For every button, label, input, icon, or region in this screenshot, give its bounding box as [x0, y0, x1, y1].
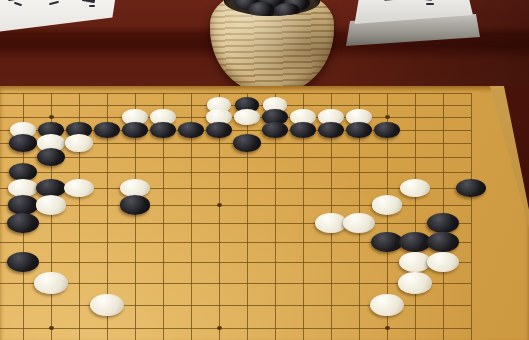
- white-stone: [34, 272, 68, 294]
- white-stone: [372, 195, 402, 214]
- go-board[interactable]: [0, 0, 529, 340]
- black-stone: [233, 134, 260, 151]
- black-stone: [427, 232, 459, 252]
- white-stone: [90, 294, 124, 316]
- grid-hline: [0, 157, 471, 158]
- star-point: [49, 326, 54, 330]
- white-stone: [64, 179, 94, 198]
- black-stone: [7, 213, 38, 233]
- white-stone: [36, 195, 66, 214]
- go-game-photo: [0, 0, 529, 340]
- black-stone: [456, 179, 486, 198]
- grid-hline: [0, 328, 471, 329]
- black-stone: [120, 195, 150, 214]
- black-stone: [427, 213, 458, 233]
- white-stone: [315, 213, 346, 233]
- grid-vline: [471, 93, 472, 340]
- star-point: [385, 326, 390, 330]
- star-point: [49, 115, 54, 119]
- grid-hline: [0, 93, 471, 94]
- white-stone: [370, 294, 404, 316]
- white-stone: [343, 213, 374, 233]
- white-stone: [398, 272, 432, 294]
- white-stone: [400, 179, 430, 198]
- white-stone: [234, 109, 260, 125]
- white-stone: [65, 134, 92, 151]
- black-stone: [37, 148, 65, 166]
- grid-hline: [0, 223, 471, 224]
- black-stone: [9, 134, 36, 151]
- star-point: [217, 326, 222, 330]
- grid-hline: [0, 172, 471, 173]
- star-point: [385, 115, 390, 119]
- black-stone: [8, 195, 38, 214]
- star-point: [217, 203, 222, 207]
